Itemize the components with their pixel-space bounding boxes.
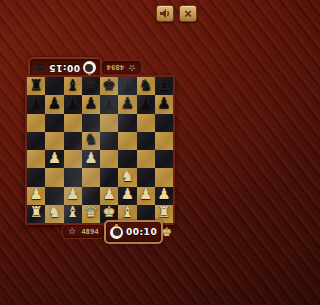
white-pawn: ♟ bbox=[48, 151, 61, 166]
square-f8[interactable]: ♝ bbox=[118, 77, 136, 95]
square-c3[interactable] bbox=[64, 168, 82, 186]
opponent-score-panel: ☆ 4894 bbox=[101, 60, 142, 75]
white-knight: ♞ bbox=[121, 169, 134, 184]
black-rook: ♜ bbox=[29, 78, 42, 93]
square-b2[interactable] bbox=[45, 187, 63, 205]
square-b7[interactable]: ♟ bbox=[45, 95, 63, 113]
square-g4[interactable] bbox=[137, 150, 155, 168]
square-a6[interactable] bbox=[27, 114, 45, 132]
sound-button[interactable] bbox=[156, 5, 174, 22]
player-clock-panel: 00:10 ♚ bbox=[104, 220, 163, 244]
square-e7[interactable]: ♟ bbox=[100, 95, 118, 113]
white-king-icon: ♚ bbox=[161, 226, 172, 238]
square-e8[interactable]: ♚ bbox=[100, 77, 118, 95]
square-c8[interactable]: ♝ bbox=[64, 77, 82, 95]
square-d7[interactable]: ♟ bbox=[82, 95, 100, 113]
black-bishop: ♝ bbox=[121, 78, 134, 93]
black-queen: ♛ bbox=[84, 78, 97, 93]
square-g8[interactable]: ♞ bbox=[137, 77, 155, 95]
square-a5[interactable] bbox=[27, 132, 45, 150]
board-frame: ♜♝♛♚♝♞♜♟♟♟♟♟♟♟♟♞♟♟♞♟♟♟♟♟♟♜♞♝♛♚♝♜ bbox=[25, 75, 175, 225]
square-h6[interactable] bbox=[155, 114, 173, 132]
square-f5[interactable] bbox=[118, 132, 136, 150]
black-rook: ♜ bbox=[157, 78, 170, 93]
white-bishop: ♝ bbox=[66, 205, 79, 220]
white-queen: ♛ bbox=[84, 205, 97, 220]
speaker-icon bbox=[159, 8, 171, 19]
white-pawn: ♟ bbox=[29, 187, 42, 202]
square-g6[interactable] bbox=[137, 114, 155, 132]
white-bishop: ♝ bbox=[121, 205, 134, 220]
square-d4[interactable]: ♟ bbox=[82, 150, 100, 168]
square-d5[interactable]: ♞ bbox=[82, 132, 100, 150]
black-pawn: ♟ bbox=[29, 96, 42, 111]
square-d6[interactable] bbox=[82, 114, 100, 132]
square-b3[interactable] bbox=[45, 168, 63, 186]
player-score: 4894 bbox=[81, 228, 99, 235]
black-pawn: ♟ bbox=[84, 96, 97, 111]
square-a4[interactable] bbox=[27, 150, 45, 168]
square-f2[interactable]: ♟ bbox=[118, 187, 136, 205]
white-pawn: ♟ bbox=[102, 187, 115, 202]
square-h8[interactable]: ♜ bbox=[155, 77, 173, 95]
square-d2[interactable] bbox=[82, 187, 100, 205]
black-pawn: ♟ bbox=[48, 96, 61, 111]
square-h7[interactable]: ♟ bbox=[155, 95, 173, 113]
chess-board: ♜♝♛♚♝♞♜♟♟♟♟♟♟♟♟♞♟♟♞♟♟♟♟♟♟♜♞♝♛♚♝♜ bbox=[27, 77, 173, 223]
black-knight: ♞ bbox=[84, 132, 97, 147]
square-b6[interactable] bbox=[45, 114, 63, 132]
white-pawn: ♟ bbox=[121, 187, 134, 202]
black-knight: ♞ bbox=[139, 78, 152, 93]
square-h5[interactable] bbox=[155, 132, 173, 150]
opponent-time: 00:15 bbox=[49, 63, 80, 73]
square-d3[interactable] bbox=[82, 168, 100, 186]
white-rook: ♜ bbox=[29, 205, 42, 220]
square-b1[interactable]: ♞ bbox=[45, 205, 63, 223]
square-c2[interactable]: ♟ bbox=[64, 187, 82, 205]
square-a2[interactable]: ♟ bbox=[27, 187, 45, 205]
square-d8[interactable]: ♛ bbox=[82, 77, 100, 95]
square-b4[interactable]: ♟ bbox=[45, 150, 63, 168]
square-g5[interactable] bbox=[137, 132, 155, 150]
stopwatch-icon bbox=[83, 62, 96, 75]
square-c7[interactable]: ♟ bbox=[64, 95, 82, 113]
white-king: ♚ bbox=[102, 205, 115, 220]
square-h4[interactable] bbox=[155, 150, 173, 168]
square-e5[interactable] bbox=[100, 132, 118, 150]
square-h2[interactable]: ♟ bbox=[155, 187, 173, 205]
black-pawn: ♟ bbox=[66, 96, 79, 111]
square-g7[interactable]: ♟ bbox=[137, 95, 155, 113]
star-icon: ☆ bbox=[128, 63, 136, 72]
square-b8[interactable] bbox=[45, 77, 63, 95]
square-h3[interactable] bbox=[155, 168, 173, 186]
square-e6[interactable] bbox=[100, 114, 118, 132]
black-pawn: ♟ bbox=[102, 96, 115, 111]
player-time: 00:10 bbox=[126, 227, 157, 237]
white-pawn: ♟ bbox=[157, 187, 170, 202]
square-f7[interactable]: ♟ bbox=[118, 95, 136, 113]
opponent-score: 4894 bbox=[106, 64, 124, 71]
close-icon: × bbox=[184, 7, 192, 20]
square-f6[interactable] bbox=[118, 114, 136, 132]
square-g3[interactable] bbox=[137, 168, 155, 186]
square-b5[interactable] bbox=[45, 132, 63, 150]
square-f3[interactable]: ♞ bbox=[118, 168, 136, 186]
square-e2[interactable]: ♟ bbox=[100, 187, 118, 205]
white-pawn: ♟ bbox=[139, 187, 152, 202]
square-f4[interactable] bbox=[118, 150, 136, 168]
black-pawn: ♟ bbox=[139, 96, 152, 111]
square-a3[interactable] bbox=[27, 168, 45, 186]
square-c4[interactable] bbox=[64, 150, 82, 168]
star-icon: ☆ bbox=[68, 227, 76, 236]
white-rook: ♜ bbox=[157, 205, 170, 220]
square-g2[interactable]: ♟ bbox=[137, 187, 155, 205]
square-c5[interactable] bbox=[64, 132, 82, 150]
square-e4[interactable] bbox=[100, 150, 118, 168]
white-pawn: ♟ bbox=[66, 187, 79, 202]
white-pawn: ♟ bbox=[84, 151, 97, 166]
black-bishop: ♝ bbox=[66, 78, 79, 93]
square-a1[interactable]: ♜ bbox=[27, 205, 45, 223]
black-pawn: ♟ bbox=[121, 96, 134, 111]
square-a7[interactable]: ♟ bbox=[27, 95, 45, 113]
black-king-icon: ♚ bbox=[34, 62, 45, 74]
player-score-panel: ☆ 4894 bbox=[62, 224, 105, 239]
square-c6[interactable] bbox=[64, 114, 82, 132]
square-e3[interactable] bbox=[100, 168, 118, 186]
square-c1[interactable]: ♝ bbox=[64, 205, 82, 223]
square-a8[interactable]: ♜ bbox=[27, 77, 45, 95]
white-knight: ♞ bbox=[48, 205, 61, 220]
square-d1[interactable]: ♛ bbox=[82, 205, 100, 223]
stopwatch-icon bbox=[110, 226, 123, 239]
black-king: ♚ bbox=[102, 78, 115, 93]
black-pawn: ♟ bbox=[157, 96, 170, 111]
close-button[interactable]: × bbox=[179, 5, 197, 22]
